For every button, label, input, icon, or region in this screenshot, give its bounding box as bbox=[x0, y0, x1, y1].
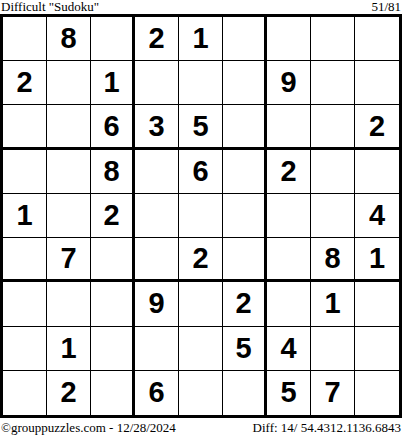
sudoku-cell-r4c3[interactable]: 8 bbox=[91, 150, 135, 194]
sudoku-cell-r5c4[interactable] bbox=[135, 194, 179, 238]
sudoku-cell-r2c1[interactable]: 2 bbox=[3, 61, 47, 105]
sudoku-cell-r9c3[interactable] bbox=[91, 371, 135, 415]
sudoku-cell-r4c9[interactable] bbox=[355, 150, 399, 194]
sudoku-cell-r9c2[interactable]: 2 bbox=[47, 371, 91, 415]
sudoku-cell-r4c5[interactable]: 6 bbox=[179, 150, 223, 194]
sudoku-cell-r2c2[interactable] bbox=[47, 61, 91, 105]
sudoku-cell-r8c9[interactable] bbox=[355, 327, 399, 371]
sudoku-cell-r2c6[interactable] bbox=[223, 61, 267, 105]
sudoku-cell-r8c2[interactable]: 1 bbox=[47, 327, 91, 371]
sudoku-cell-r9c4[interactable]: 6 bbox=[135, 371, 179, 415]
sudoku-cell-r5c1[interactable]: 1 bbox=[3, 194, 47, 238]
sudoku-cell-r5c5[interactable] bbox=[179, 194, 223, 238]
sudoku-cell-r7c4[interactable]: 9 bbox=[135, 282, 179, 326]
sudoku-cell-r3c8[interactable] bbox=[311, 105, 355, 149]
sudoku-cell-r1c5[interactable]: 1 bbox=[179, 17, 223, 61]
sudoku-cell-r3c5[interactable]: 5 bbox=[179, 105, 223, 149]
sudoku-cell-r2c9[interactable] bbox=[355, 61, 399, 105]
sudoku-cell-r8c7[interactable]: 4 bbox=[267, 327, 311, 371]
sudoku-cell-r9c5[interactable] bbox=[179, 371, 223, 415]
sudoku-cell-r3c1[interactable] bbox=[3, 105, 47, 149]
sudoku-cell-r9c1[interactable] bbox=[3, 371, 47, 415]
sudoku-cell-r4c4[interactable] bbox=[135, 150, 179, 194]
sudoku-cell-r8c8[interactable] bbox=[311, 327, 355, 371]
sudoku-cell-r1c2[interactable]: 8 bbox=[47, 17, 91, 61]
sudoku-cell-r2c5[interactable] bbox=[179, 61, 223, 105]
sudoku-cell-r7c3[interactable] bbox=[91, 282, 135, 326]
sudoku-cell-r7c2[interactable] bbox=[47, 282, 91, 326]
difficulty-text: Diff: 14/ 54.4312.1136.6843 bbox=[253, 421, 401, 435]
sudoku-cell-r8c3[interactable] bbox=[91, 327, 135, 371]
sudoku-cell-r6c1[interactable] bbox=[3, 238, 47, 282]
sudoku-cell-r8c6[interactable]: 5 bbox=[223, 327, 267, 371]
sudoku-cell-r5c8[interactable] bbox=[311, 194, 355, 238]
sudoku-cell-r4c8[interactable] bbox=[311, 150, 355, 194]
puzzle-title: Difficult "Sudoku" bbox=[1, 0, 99, 13]
sudoku-cell-r8c4[interactable] bbox=[135, 327, 179, 371]
sudoku-cell-r6c8[interactable]: 8 bbox=[311, 238, 355, 282]
sudoku-cell-r9c7[interactable]: 5 bbox=[267, 371, 311, 415]
sudoku-page: Difficult "Sudoku" 51/81 821219635286212… bbox=[0, 0, 402, 437]
sudoku-cell-r9c9[interactable] bbox=[355, 371, 399, 415]
sudoku-cell-r4c7[interactable]: 2 bbox=[267, 150, 311, 194]
sudoku-cell-r3c9[interactable]: 2 bbox=[355, 105, 399, 149]
sudoku-cell-r8c1[interactable] bbox=[3, 327, 47, 371]
sudoku-cell-r6c2[interactable]: 7 bbox=[47, 238, 91, 282]
sudoku-cell-r7c7[interactable] bbox=[267, 282, 311, 326]
footer: ©grouppuzzles.com - 12/28/2024 Diff: 14/… bbox=[0, 418, 402, 437]
sudoku-cell-r3c4[interactable]: 3 bbox=[135, 105, 179, 149]
sudoku-cell-r1c6[interactable] bbox=[223, 17, 267, 61]
sudoku-cell-r6c6[interactable] bbox=[223, 238, 267, 282]
sudoku-board: 821219635286212472819211542657 bbox=[0, 14, 402, 418]
sudoku-cell-r1c8[interactable] bbox=[311, 17, 355, 61]
sudoku-cell-r1c4[interactable]: 2 bbox=[135, 17, 179, 61]
sudoku-cell-r6c5[interactable]: 2 bbox=[179, 238, 223, 282]
sudoku-cell-r5c2[interactable] bbox=[47, 194, 91, 238]
sudoku-cell-r6c9[interactable]: 1 bbox=[355, 238, 399, 282]
sudoku-cell-r6c7[interactable] bbox=[267, 238, 311, 282]
sudoku-cell-r7c9[interactable] bbox=[355, 282, 399, 326]
sudoku-cell-r3c6[interactable] bbox=[223, 105, 267, 149]
sudoku-cell-r8c5[interactable] bbox=[179, 327, 223, 371]
sudoku-cell-r7c1[interactable] bbox=[3, 282, 47, 326]
sudoku-cell-r7c8[interactable]: 1 bbox=[311, 282, 355, 326]
sudoku-cell-r5c3[interactable]: 2 bbox=[91, 194, 135, 238]
sudoku-cell-r9c8[interactable]: 7 bbox=[311, 371, 355, 415]
sudoku-cell-r7c5[interactable] bbox=[179, 282, 223, 326]
sudoku-cell-r9c6[interactable] bbox=[223, 371, 267, 415]
sudoku-cell-r4c6[interactable] bbox=[223, 150, 267, 194]
sudoku-cell-r3c7[interactable] bbox=[267, 105, 311, 149]
sudoku-cell-r1c7[interactable] bbox=[267, 17, 311, 61]
sudoku-cell-r1c3[interactable] bbox=[91, 17, 135, 61]
sudoku-cell-r2c7[interactable]: 9 bbox=[267, 61, 311, 105]
sudoku-cell-r2c8[interactable] bbox=[311, 61, 355, 105]
sudoku-cell-r3c3[interactable]: 6 bbox=[91, 105, 135, 149]
sudoku-cell-r5c9[interactable]: 4 bbox=[355, 194, 399, 238]
sudoku-cell-r6c3[interactable] bbox=[91, 238, 135, 282]
sudoku-cell-r5c6[interactable] bbox=[223, 194, 267, 238]
header: Difficult "Sudoku" 51/81 bbox=[0, 0, 402, 14]
sudoku-cell-r4c2[interactable] bbox=[47, 150, 91, 194]
empty-cell-counter: 51/81 bbox=[371, 0, 401, 13]
sudoku-cell-r1c1[interactable] bbox=[3, 17, 47, 61]
sudoku-cell-r2c3[interactable]: 1 bbox=[91, 61, 135, 105]
sudoku-cell-r5c7[interactable] bbox=[267, 194, 311, 238]
sudoku-cell-r2c4[interactable] bbox=[135, 61, 179, 105]
sudoku-cell-r1c9[interactable] bbox=[355, 17, 399, 61]
sudoku-cell-r6c4[interactable] bbox=[135, 238, 179, 282]
copyright-text: ©grouppuzzles.com - 12/28/2024 bbox=[1, 421, 176, 435]
sudoku-cell-r4c1[interactable] bbox=[3, 150, 47, 194]
sudoku-cell-r7c6[interactable]: 2 bbox=[223, 282, 267, 326]
sudoku-cell-r3c2[interactable] bbox=[47, 105, 91, 149]
